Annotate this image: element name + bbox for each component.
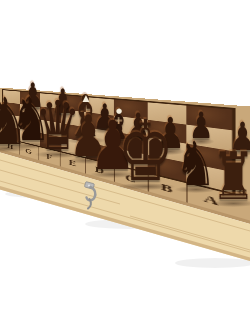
photo-stage: HGFEDCBA 8 ♟♟♝▲♟♝●♟♟♟♞♞♛♟♟♚♟♞♜ xyxy=(0,0,250,333)
pieces-layer: ♟♟♝▲♟♝●♟♟♟♞♞♛♟♟♚♟♞♜ xyxy=(0,0,250,333)
piece-rook-a8: ♜ xyxy=(208,144,250,209)
piece-knight-h8: ♞ xyxy=(0,89,31,154)
piece-king-c8: ♚ xyxy=(114,110,177,193)
